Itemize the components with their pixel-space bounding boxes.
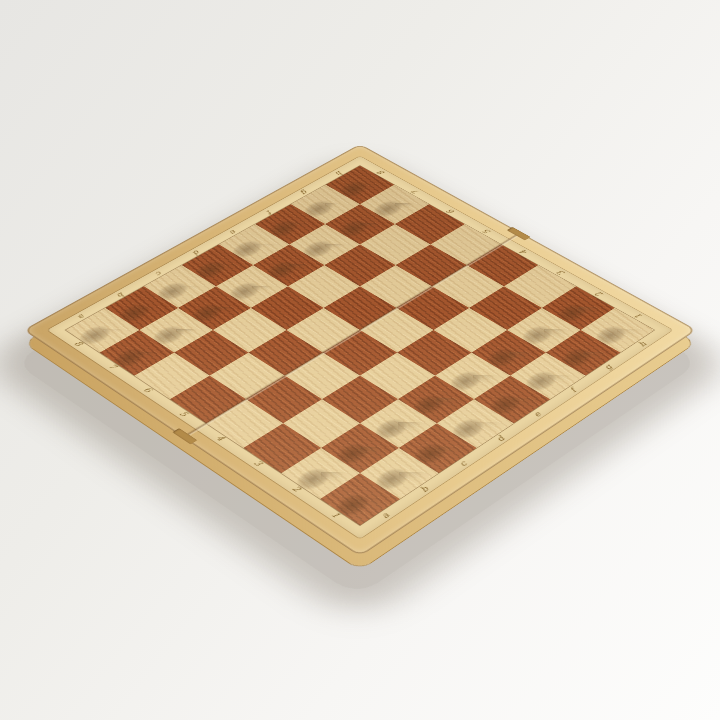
black-pawn-glyph: ♟ <box>194 265 235 311</box>
black-pawn-glyph: ♟ <box>340 183 379 227</box>
black-pawn-glyph: ♟ <box>232 244 272 289</box>
black-pawn-glyph: ♟ <box>116 309 158 356</box>
white-rook-glyph: ♜ <box>334 444 386 502</box>
photo-scene: 88aa77bb66cc55dd44ee33ff22gg11hh ♜♞♟♝♟♚♟… <box>0 0 720 720</box>
black-pawn-glyph: ♟ <box>375 164 414 207</box>
chess-board: 88aa77bb66cc55dd44ee33ff22gg11hh ♜♞♟♝♟♚♟… <box>23 144 696 557</box>
black-pawn-glyph: ♟ <box>305 203 345 247</box>
board-face: 88aa77bb66cc55dd44ee33ff22gg11hh ♜♞♟♝♟♚♟… <box>23 144 696 557</box>
black-pawn-glyph: ♟ <box>155 287 196 333</box>
black-pawn-glyph: ♟ <box>269 223 309 268</box>
